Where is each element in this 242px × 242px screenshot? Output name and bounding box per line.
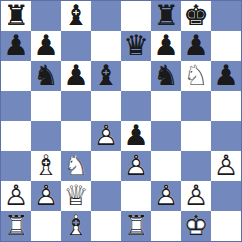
white-queen[interactable]: ♛♕ [61,181,91,211]
piece-glyph-fill: ♟ [31,181,61,211]
piece-glyph-outline: ♘ [151,61,181,91]
piece-glyph-outline: ♙ [211,61,241,91]
piece-glyph-outline: ♘ [61,151,91,181]
piece-glyph-fill: ♟ [91,121,121,151]
square-a5[interactable] [1,91,31,121]
square-f8[interactable]: ♜♖ [151,1,181,31]
piece-glyph-outline: ♖ [151,1,181,31]
piece-glyph-outline: ♙ [181,181,211,211]
chess-board: ♜♖♝♗♜♖♚♔♟♙♟♙♛♕♟♙♟♙♞♘♟♙♝♗♞♘♞♘♟♙♟♙♟♙♝♗♞♘♟♙… [0,0,242,242]
square-a2[interactable]: ♟♙ [1,181,31,211]
piece-glyph-outline: ♖ [121,211,151,241]
square-g4[interactable] [181,121,211,151]
piece-glyph-fill: ♝ [31,151,61,181]
piece-glyph-outline: ♙ [121,121,151,151]
square-c6[interactable]: ♟♙ [61,61,91,91]
square-c8[interactable]: ♝♗ [61,1,91,31]
piece-glyph-outline: ♘ [31,61,61,91]
black-knight[interactable]: ♞♘ [31,61,61,91]
square-h4[interactable] [211,121,241,151]
square-d5[interactable] [91,91,121,121]
chess-board-container: ♜♖♝♗♜♖♚♔♟♙♟♙♛♕♟♙♟♙♞♘♟♙♝♗♞♘♞♘♟♙♟♙♟♙♝♗♞♘♟♙… [0,0,242,242]
black-pawn[interactable]: ♟♙ [181,31,211,61]
square-g6[interactable]: ♞♘ [181,61,211,91]
white-king[interactable]: ♚♔ [181,211,211,241]
square-e4[interactable]: ♟♙ [121,121,151,151]
square-e8[interactable] [121,1,151,31]
square-g2[interactable]: ♟♙ [181,181,211,211]
square-d6[interactable]: ♝♗ [91,61,121,91]
black-rook[interactable]: ♜♖ [151,1,181,31]
piece-glyph-outline: ♙ [61,61,91,91]
square-a1[interactable]: ♜♖ [1,211,31,241]
square-f6[interactable]: ♞♘ [151,61,181,91]
square-e5[interactable] [121,91,151,121]
square-b2[interactable]: ♟♙ [31,181,61,211]
white-pawn[interactable]: ♟♙ [181,181,211,211]
piece-glyph-fill: ♜ [1,211,31,241]
piece-glyph-outline: ♖ [1,1,31,31]
square-e1[interactable]: ♜♖ [121,211,151,241]
piece-glyph-outline: ♔ [181,211,211,241]
black-king[interactable]: ♚♔ [181,1,211,31]
square-a7[interactable]: ♟♙ [1,31,31,61]
square-h5[interactable] [211,91,241,121]
black-pawn[interactable]: ♟♙ [121,121,151,151]
piece-glyph-outline: ♙ [121,151,151,181]
square-h2[interactable] [211,181,241,211]
white-bishop[interactable]: ♝♗ [61,211,91,241]
piece-glyph-outline: ♗ [31,151,61,181]
black-pawn[interactable]: ♟♙ [61,61,91,91]
square-b3[interactable]: ♝♗ [31,151,61,181]
black-queen[interactable]: ♛♕ [121,31,151,61]
piece-glyph-fill: ♟ [61,61,91,91]
piece-glyph-fill: ♜ [151,1,181,31]
white-knight[interactable]: ♞♘ [181,61,211,91]
piece-glyph-outline: ♔ [181,1,211,31]
piece-glyph-outline: ♕ [61,181,91,211]
square-h7[interactable] [211,31,241,61]
square-a4[interactable] [1,121,31,151]
black-bishop[interactable]: ♝♗ [61,1,91,31]
white-knight[interactable]: ♞♘ [61,151,91,181]
piece-glyph-fill: ♛ [121,31,151,61]
piece-glyph-outline: ♙ [1,31,31,61]
square-b4[interactable] [31,121,61,151]
square-c4[interactable] [61,121,91,151]
square-e6[interactable] [121,61,151,91]
piece-glyph-outline: ♗ [61,211,91,241]
black-bishop[interactable]: ♝♗ [91,61,121,91]
square-h8[interactable] [211,1,241,31]
square-g8[interactable]: ♚♔ [181,1,211,31]
black-pawn[interactable]: ♟♙ [151,31,181,61]
piece-glyph-fill: ♟ [151,181,181,211]
square-f1[interactable] [151,211,181,241]
piece-glyph-fill: ♟ [151,31,181,61]
piece-glyph-outline: ♗ [91,61,121,91]
piece-glyph-outline: ♕ [121,31,151,61]
square-b8[interactable] [31,1,61,31]
piece-glyph-outline: ♙ [151,181,181,211]
piece-glyph-fill: ♟ [181,181,211,211]
white-rook[interactable]: ♜♖ [1,211,31,241]
square-d7[interactable] [91,31,121,61]
piece-glyph-fill: ♝ [61,1,91,31]
square-h3[interactable]: ♟♙ [211,151,241,181]
piece-glyph-fill: ♜ [121,211,151,241]
piece-glyph-fill: ♞ [31,61,61,91]
white-pawn[interactable]: ♟♙ [31,181,61,211]
square-f5[interactable] [151,91,181,121]
piece-glyph-fill: ♞ [61,151,91,181]
piece-glyph-fill: ♟ [1,31,31,61]
square-h1[interactable] [211,211,241,241]
square-h6[interactable]: ♟♙ [211,61,241,91]
square-g1[interactable]: ♚♔ [181,211,211,241]
square-c1[interactable]: ♝♗ [61,211,91,241]
square-f2[interactable]: ♟♙ [151,181,181,211]
square-d2[interactable] [91,181,121,211]
white-pawn[interactable]: ♟♙ [121,151,151,181]
square-b7[interactable]: ♟♙ [31,31,61,61]
square-f4[interactable] [151,121,181,151]
square-a6[interactable] [1,61,31,91]
white-rook[interactable]: ♜♖ [121,211,151,241]
square-d8[interactable] [91,1,121,31]
white-pawn[interactable]: ♟♙ [91,121,121,151]
piece-glyph-outline: ♙ [31,181,61,211]
black-rook[interactable]: ♜♖ [1,1,31,31]
piece-glyph-fill: ♟ [181,31,211,61]
square-e7[interactable]: ♛♕ [121,31,151,61]
piece-glyph-fill: ♚ [181,1,211,31]
square-b6[interactable]: ♞♘ [31,61,61,91]
square-a3[interactable] [1,151,31,181]
square-e2[interactable] [121,181,151,211]
piece-glyph-fill: ♟ [31,31,61,61]
square-f3[interactable] [151,151,181,181]
piece-glyph-outline: ♖ [1,211,31,241]
square-a8[interactable]: ♜♖ [1,1,31,31]
black-knight[interactable]: ♞♘ [151,61,181,91]
white-pawn[interactable]: ♟♙ [1,181,31,211]
piece-glyph-fill: ♟ [121,121,151,151]
piece-glyph-fill: ♛ [61,181,91,211]
square-c2[interactable]: ♛♕ [61,181,91,211]
piece-glyph-fill: ♞ [151,61,181,91]
piece-glyph-outline: ♘ [181,61,211,91]
square-c3[interactable]: ♞♘ [61,151,91,181]
piece-glyph-fill: ♝ [61,211,91,241]
square-e3[interactable]: ♟♙ [121,151,151,181]
white-pawn[interactable]: ♟♙ [211,151,241,181]
square-c7[interactable] [61,31,91,61]
square-d4[interactable]: ♟♙ [91,121,121,151]
square-b5[interactable] [31,91,61,121]
black-pawn[interactable]: ♟♙ [211,61,241,91]
square-b1[interactable] [31,211,61,241]
piece-glyph-fill: ♞ [181,61,211,91]
square-g7[interactable]: ♟♙ [181,31,211,61]
piece-glyph-fill: ♟ [211,151,241,181]
piece-glyph-outline: ♗ [61,1,91,31]
piece-glyph-fill: ♜ [1,1,31,31]
piece-glyph-fill: ♝ [91,61,121,91]
square-d3[interactable] [91,151,121,181]
piece-glyph-fill: ♟ [211,61,241,91]
piece-glyph-outline: ♙ [1,181,31,211]
square-f7[interactable]: ♟♙ [151,31,181,61]
square-g5[interactable] [181,91,211,121]
piece-glyph-outline: ♙ [211,151,241,181]
piece-glyph-outline: ♙ [151,31,181,61]
piece-glyph-fill: ♚ [181,211,211,241]
square-d1[interactable] [91,211,121,241]
piece-glyph-outline: ♙ [91,121,121,151]
white-bishop[interactable]: ♝♗ [31,151,61,181]
piece-glyph-outline: ♙ [181,31,211,61]
white-pawn[interactable]: ♟♙ [151,181,181,211]
black-pawn[interactable]: ♟♙ [31,31,61,61]
square-c5[interactable] [61,91,91,121]
square-g3[interactable] [181,151,211,181]
black-pawn[interactable]: ♟♙ [1,31,31,61]
piece-glyph-fill: ♟ [1,181,31,211]
piece-glyph-outline: ♙ [31,31,61,61]
piece-glyph-fill: ♟ [121,151,151,181]
